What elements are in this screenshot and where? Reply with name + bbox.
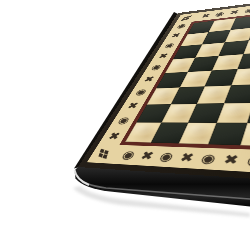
photo-scene: ✖◉✖◉✖◉✖◉✖◉✖ ◉✖◉✖◉✖◉✖◉✖◉ ◉✖◉✖◉✖◉✖◉✖◉ ✖◉✖◉… [0, 0, 250, 250]
